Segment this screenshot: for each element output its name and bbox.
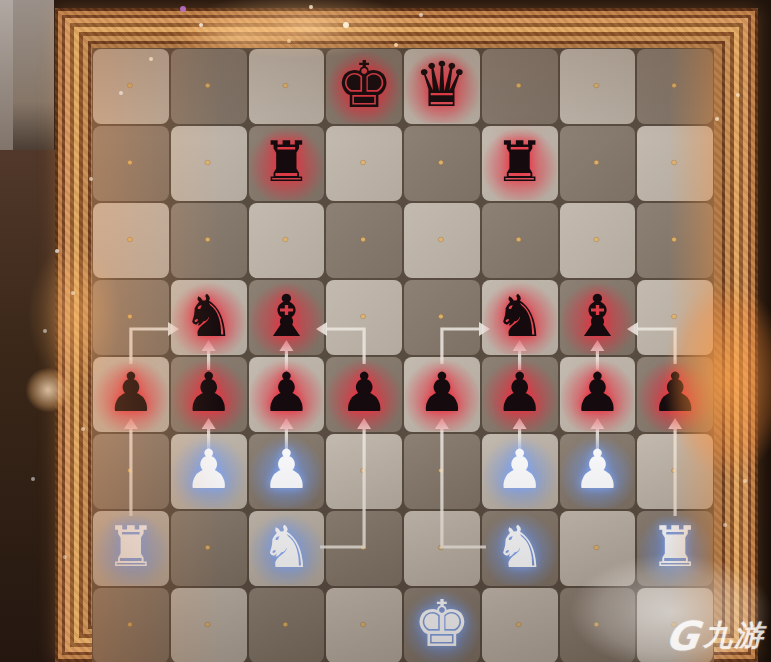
white-king[interactable]: ♚ [403,587,481,662]
square-c8[interactable] [249,49,325,124]
black-rook[interactable]: ♜ [481,125,559,202]
square-g7[interactable] [560,126,636,201]
black-pawn[interactable]: ♟ [403,356,481,433]
square-g8[interactable] [560,49,636,124]
white-rook[interactable]: ♜ [92,510,170,587]
black-pawn[interactable]: ♟ [559,356,637,433]
square-e6[interactable] [404,203,480,278]
white-knight[interactable]: ♞ [248,510,326,587]
square-a3[interactable] [93,434,169,509]
square-a8[interactable] [93,49,169,124]
square-g6[interactable] [560,203,636,278]
square-a5[interactable] [93,280,169,355]
white-pawn[interactable]: ♟ [248,433,326,510]
square-a6[interactable] [93,203,169,278]
black-pawn[interactable]: ♟ [481,356,559,433]
square-g2[interactable] [560,511,636,586]
black-king[interactable]: ♚ [325,48,403,125]
black-pawn[interactable]: ♟ [248,356,326,433]
square-b2[interactable] [171,511,247,586]
square-b1[interactable] [171,588,247,662]
black-knight[interactable]: ♞ [170,279,248,356]
square-e3[interactable] [404,434,480,509]
black-pawn[interactable]: ♟ [170,356,248,433]
square-h3[interactable] [637,434,713,509]
square-d5[interactable] [326,280,402,355]
square-e7[interactable] [404,126,480,201]
square-b7[interactable] [171,126,247,201]
square-a1[interactable] [93,588,169,662]
black-pawn[interactable]: ♟ [325,356,403,433]
white-pawn[interactable]: ♟ [559,433,637,510]
square-h1[interactable] [637,588,713,662]
square-h6[interactable] [637,203,713,278]
black-knight[interactable]: ♞ [481,279,559,356]
black-pawn[interactable]: ♟ [636,356,714,433]
square-f6[interactable] [482,203,558,278]
square-b6[interactable] [171,203,247,278]
background-wall [0,150,55,662]
square-b8[interactable] [171,49,247,124]
white-pawn[interactable]: ♟ [170,433,248,510]
square-f1[interactable] [482,588,558,662]
square-d6[interactable] [326,203,402,278]
square-d7[interactable] [326,126,402,201]
square-e2[interactable] [404,511,480,586]
square-f8[interactable] [482,49,558,124]
black-rook[interactable]: ♜ [248,125,326,202]
square-d1[interactable] [326,588,402,662]
black-pawn[interactable]: ♟ [92,356,170,433]
square-d3[interactable] [326,434,402,509]
square-c6[interactable] [249,203,325,278]
square-a7[interactable] [93,126,169,201]
white-pawn[interactable]: ♟ [481,433,559,510]
black-bishop[interactable]: ♝ [559,279,637,356]
chess-board[interactable]: ♚♜♞♞♜♟♟♟♟♟♟♟♟♟♟♟♟♝♞♝♞♜♜♛♚ [92,48,714,662]
square-c1[interactable] [249,588,325,662]
black-queen[interactable]: ♛ [403,48,481,125]
square-h8[interactable] [637,49,713,124]
black-bishop[interactable]: ♝ [248,279,326,356]
square-h7[interactable] [637,126,713,201]
square-d2[interactable] [326,511,402,586]
square-g1[interactable] [560,588,636,662]
square-e5[interactable] [404,280,480,355]
game-screenshot: ♚♜♞♞♜♟♟♟♟♟♟♟♟♟♟♟♟♝♞♝♞♜♜♛♚ G 九游 [0,0,771,662]
square-h5[interactable] [637,280,713,355]
white-knight[interactable]: ♞ [481,510,559,587]
white-rook[interactable]: ♜ [636,510,714,587]
